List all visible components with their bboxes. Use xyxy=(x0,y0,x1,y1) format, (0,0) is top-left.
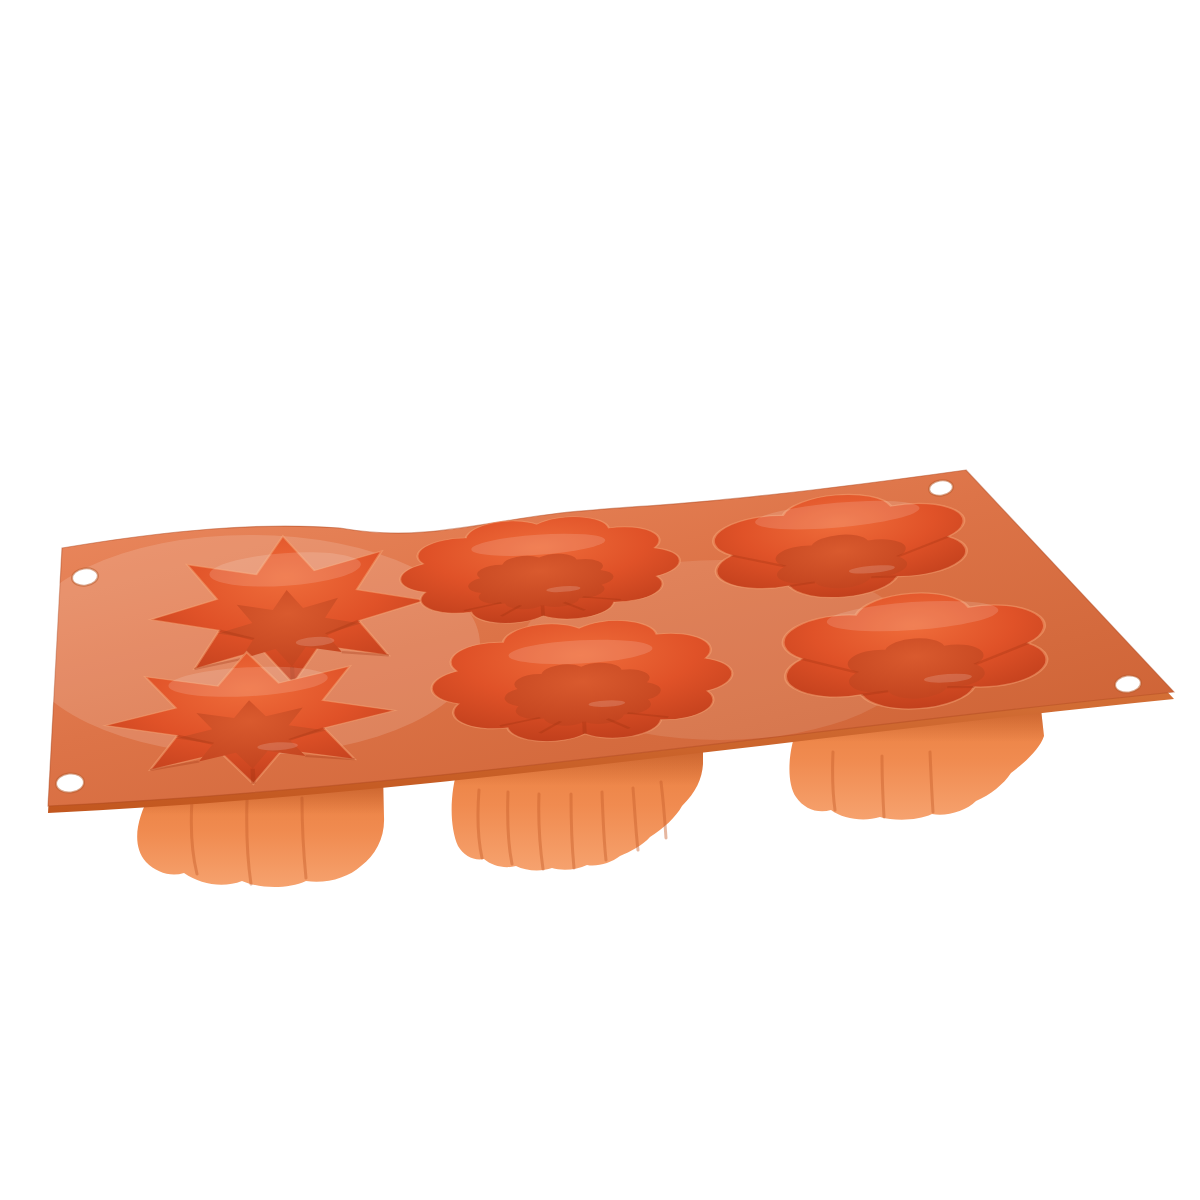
mold-photo-illustration: Orange silicone 6-cavity baking mold xyxy=(0,0,1200,1200)
photo-canvas: Orange silicone 6-cavity baking mold xyxy=(0,0,1200,1200)
